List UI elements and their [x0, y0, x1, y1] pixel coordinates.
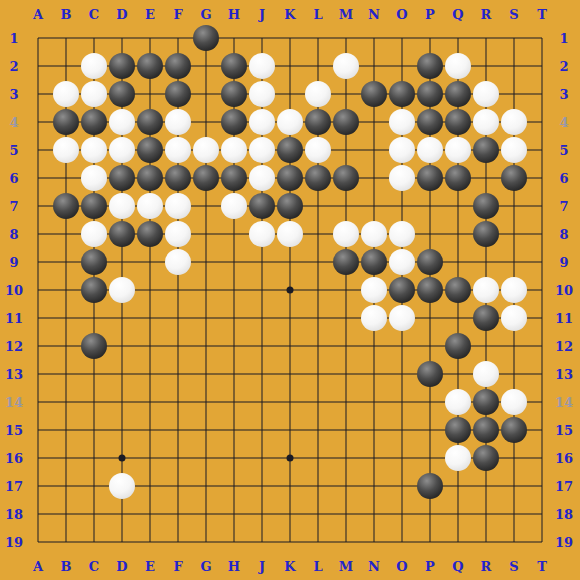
white-stone-C5 — [81, 137, 107, 163]
white-stone-F4 — [165, 109, 191, 135]
star-point-K16 — [287, 455, 294, 462]
black-stone-P3 — [417, 81, 443, 107]
col-label-bottom-M: M — [339, 560, 353, 573]
row-label-right-14: 14 — [555, 396, 573, 409]
white-stone-C2 — [81, 53, 107, 79]
white-stone-G5 — [193, 137, 219, 163]
row-label-left-7: 7 — [9, 200, 18, 213]
white-stone-B5 — [53, 137, 79, 163]
col-label-top-D: D — [116, 8, 127, 21]
row-label-left-11: 11 — [5, 312, 23, 325]
white-stone-O5 — [389, 137, 415, 163]
white-stone-H5 — [221, 137, 247, 163]
col-label-top-K: K — [284, 8, 295, 21]
row-label-right-4: 4 — [559, 116, 568, 129]
row-label-right-15: 15 — [555, 424, 573, 437]
row-label-right-18: 18 — [555, 508, 573, 521]
row-label-left-6: 6 — [9, 172, 18, 185]
white-stone-F5 — [165, 137, 191, 163]
black-stone-E4 — [137, 109, 163, 135]
white-stone-S5 — [501, 137, 527, 163]
white-stone-O4 — [389, 109, 415, 135]
col-label-bottom-A: A — [33, 560, 43, 573]
black-stone-P13 — [417, 361, 443, 387]
white-stone-Q14 — [445, 389, 471, 415]
white-stone-O11 — [389, 305, 415, 331]
col-label-top-N: N — [368, 8, 380, 21]
white-stone-J4 — [249, 109, 275, 135]
white-stone-Q16 — [445, 445, 471, 471]
black-stone-R7 — [473, 193, 499, 219]
col-label-top-T: T — [537, 8, 547, 21]
black-stone-B4 — [53, 109, 79, 135]
col-label-bottom-B: B — [61, 560, 72, 573]
white-stone-F8 — [165, 221, 191, 247]
row-label-right-17: 17 — [555, 480, 573, 493]
col-label-top-H: H — [228, 8, 240, 21]
black-stone-N9 — [361, 249, 387, 275]
row-label-right-10: 10 — [555, 284, 573, 297]
row-label-right-6: 6 — [559, 172, 568, 185]
black-stone-Q12 — [445, 333, 471, 359]
black-stone-R16 — [473, 445, 499, 471]
black-stone-D3 — [109, 81, 135, 107]
row-label-right-13: 13 — [555, 368, 573, 381]
black-stone-H4 — [221, 109, 247, 135]
black-stone-C12 — [81, 333, 107, 359]
white-stone-Q5 — [445, 137, 471, 163]
black-stone-M9 — [333, 249, 359, 275]
col-label-bottom-R: R — [481, 560, 492, 573]
black-stone-R11 — [473, 305, 499, 331]
black-stone-C7 — [81, 193, 107, 219]
white-stone-L5 — [305, 137, 331, 163]
row-label-right-2: 2 — [559, 60, 568, 73]
black-stone-L6 — [305, 165, 331, 191]
row-label-left-18: 18 — [5, 508, 23, 521]
white-stone-M8 — [333, 221, 359, 247]
row-label-right-5: 5 — [559, 144, 568, 157]
col-label-top-M: M — [339, 8, 353, 21]
col-label-top-G: G — [200, 8, 211, 21]
row-label-left-10: 10 — [5, 284, 23, 297]
col-label-bottom-K: K — [284, 560, 295, 573]
white-stone-S11 — [501, 305, 527, 331]
black-stone-H2 — [221, 53, 247, 79]
black-stone-R14 — [473, 389, 499, 415]
white-stone-R10 — [473, 277, 499, 303]
black-stone-C4 — [81, 109, 107, 135]
white-stone-C6 — [81, 165, 107, 191]
black-stone-P6 — [417, 165, 443, 191]
black-stone-P2 — [417, 53, 443, 79]
star-point-K10 — [287, 287, 294, 294]
col-label-bottom-C: C — [89, 560, 99, 573]
row-label-left-16: 16 — [5, 452, 23, 465]
white-stone-N11 — [361, 305, 387, 331]
black-stone-S15 — [501, 417, 527, 443]
col-label-top-Q: Q — [452, 8, 463, 21]
col-label-bottom-P: P — [425, 560, 435, 573]
row-label-left-1: 1 — [9, 32, 18, 45]
white-stone-H7 — [221, 193, 247, 219]
black-stone-E2 — [137, 53, 163, 79]
row-label-left-4: 4 — [9, 116, 18, 129]
black-stone-Q10 — [445, 277, 471, 303]
black-stone-P4 — [417, 109, 443, 135]
row-label-right-12: 12 — [555, 340, 573, 353]
white-stone-D4 — [109, 109, 135, 135]
row-label-left-8: 8 — [9, 228, 18, 241]
star-point-D16 — [119, 455, 126, 462]
col-label-top-E: E — [145, 8, 155, 21]
black-stone-O10 — [389, 277, 415, 303]
row-label-right-9: 9 — [559, 256, 568, 269]
col-label-top-B: B — [61, 8, 72, 21]
white-stone-J3 — [249, 81, 275, 107]
white-stone-O8 — [389, 221, 415, 247]
row-label-left-5: 5 — [9, 144, 18, 157]
white-stone-O9 — [389, 249, 415, 275]
col-label-top-P: P — [425, 8, 435, 21]
col-label-bottom-O: O — [396, 560, 407, 573]
white-stone-O6 — [389, 165, 415, 191]
col-label-bottom-H: H — [228, 560, 240, 573]
black-stone-F3 — [165, 81, 191, 107]
row-label-right-19: 19 — [555, 536, 573, 549]
white-stone-D17 — [109, 473, 135, 499]
black-stone-H6 — [221, 165, 247, 191]
white-stone-J2 — [249, 53, 275, 79]
black-stone-F6 — [165, 165, 191, 191]
col-label-bottom-Q: Q — [452, 560, 463, 573]
black-stone-M4 — [333, 109, 359, 135]
row-label-right-8: 8 — [559, 228, 568, 241]
white-stone-N8 — [361, 221, 387, 247]
row-label-left-15: 15 — [5, 424, 23, 437]
row-label-left-13: 13 — [5, 368, 23, 381]
black-stone-F2 — [165, 53, 191, 79]
col-label-bottom-N: N — [368, 560, 380, 573]
black-stone-M6 — [333, 165, 359, 191]
row-label-right-16: 16 — [555, 452, 573, 465]
white-stone-D10 — [109, 277, 135, 303]
col-label-bottom-F: F — [173, 560, 182, 573]
white-stone-C8 — [81, 221, 107, 247]
row-label-left-2: 2 — [9, 60, 18, 73]
col-label-top-L: L — [313, 8, 322, 21]
white-stone-B3 — [53, 81, 79, 107]
black-stone-Q3 — [445, 81, 471, 107]
col-label-top-O: O — [396, 8, 407, 21]
black-stone-P17 — [417, 473, 443, 499]
black-stone-K5 — [277, 137, 303, 163]
black-stone-P10 — [417, 277, 443, 303]
row-label-left-3: 3 — [9, 88, 18, 101]
black-stone-E6 — [137, 165, 163, 191]
white-stone-J8 — [249, 221, 275, 247]
black-stone-R5 — [473, 137, 499, 163]
black-stone-E5 — [137, 137, 163, 163]
row-label-left-14: 14 — [5, 396, 23, 409]
black-stone-D8 — [109, 221, 135, 247]
col-label-bottom-L: L — [313, 560, 322, 573]
white-stone-S14 — [501, 389, 527, 415]
white-stone-S10 — [501, 277, 527, 303]
col-label-bottom-G: G — [200, 560, 211, 573]
black-stone-G6 — [193, 165, 219, 191]
white-stone-L3 — [305, 81, 331, 107]
white-stone-D5 — [109, 137, 135, 163]
white-stone-Q2 — [445, 53, 471, 79]
col-label-top-J: J — [259, 8, 265, 21]
go-board-screenshot: AABBCCDDEEFFGGHHJJKKLLMMNNOOPPQQRRSSTT11… — [0, 0, 580, 580]
col-label-bottom-E: E — [145, 560, 155, 573]
white-stone-N10 — [361, 277, 387, 303]
black-stone-P9 — [417, 249, 443, 275]
white-stone-K8 — [277, 221, 303, 247]
black-stone-N3 — [361, 81, 387, 107]
black-stone-Q4 — [445, 109, 471, 135]
white-stone-R3 — [473, 81, 499, 107]
black-stone-O3 — [389, 81, 415, 107]
row-label-right-11: 11 — [555, 312, 573, 325]
white-stone-J6 — [249, 165, 275, 191]
white-stone-K4 — [277, 109, 303, 135]
black-stone-B7 — [53, 193, 79, 219]
col-label-top-F: F — [173, 8, 182, 21]
col-label-bottom-T: T — [537, 560, 547, 573]
black-stone-C9 — [81, 249, 107, 275]
row-label-left-17: 17 — [5, 480, 23, 493]
black-stone-J7 — [249, 193, 275, 219]
black-stone-R15 — [473, 417, 499, 443]
black-stone-D2 — [109, 53, 135, 79]
white-stone-J5 — [249, 137, 275, 163]
black-stone-Q15 — [445, 417, 471, 443]
white-stone-M2 — [333, 53, 359, 79]
col-label-top-S: S — [509, 8, 518, 21]
white-stone-R4 — [473, 109, 499, 135]
white-stone-S4 — [501, 109, 527, 135]
black-stone-C10 — [81, 277, 107, 303]
col-label-top-C: C — [89, 8, 99, 21]
row-label-right-7: 7 — [559, 200, 568, 213]
black-stone-K7 — [277, 193, 303, 219]
col-label-bottom-S: S — [509, 560, 518, 573]
white-stone-E7 — [137, 193, 163, 219]
row-label-left-9: 9 — [9, 256, 18, 269]
white-stone-F9 — [165, 249, 191, 275]
col-label-bottom-D: D — [116, 560, 127, 573]
col-label-bottom-J: J — [259, 560, 265, 573]
black-stone-H3 — [221, 81, 247, 107]
row-label-right-1: 1 — [559, 32, 568, 45]
row-label-left-12: 12 — [5, 340, 23, 353]
white-stone-F7 — [165, 193, 191, 219]
col-label-top-R: R — [481, 8, 492, 21]
black-stone-E8 — [137, 221, 163, 247]
white-stone-D7 — [109, 193, 135, 219]
white-stone-P5 — [417, 137, 443, 163]
black-stone-D6 — [109, 165, 135, 191]
black-stone-R8 — [473, 221, 499, 247]
black-stone-K6 — [277, 165, 303, 191]
white-stone-C3 — [81, 81, 107, 107]
white-stone-R13 — [473, 361, 499, 387]
black-stone-Q6 — [445, 165, 471, 191]
row-label-left-19: 19 — [5, 536, 23, 549]
black-stone-S6 — [501, 165, 527, 191]
col-label-top-A: A — [33, 8, 43, 21]
black-stone-G1 — [193, 25, 219, 51]
black-stone-L4 — [305, 109, 331, 135]
row-label-right-3: 3 — [559, 88, 568, 101]
